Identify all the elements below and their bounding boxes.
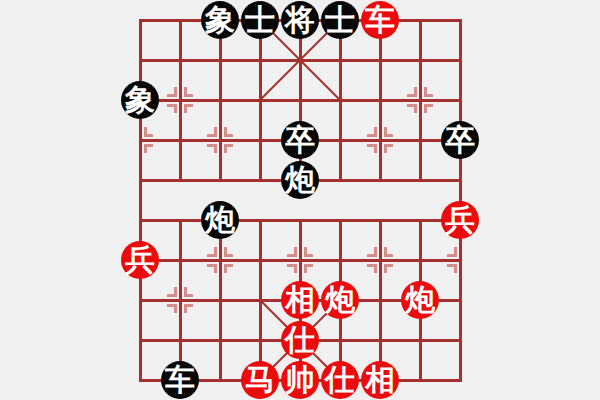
piece-red-advisor[interactable]: 仕	[321, 361, 359, 399]
piece-black-advisor[interactable]: 士	[321, 1, 359, 39]
piece-red-general[interactable]: 帅	[281, 361, 319, 399]
piece-red-chariot[interactable]: 车	[361, 1, 399, 39]
piece-black-elephant[interactable]: 象	[201, 1, 239, 39]
piece-black-advisor[interactable]: 士	[241, 1, 279, 39]
piece-black-soldier[interactable]: 卒	[281, 121, 319, 159]
piece-red-elephant[interactable]: 相	[361, 361, 399, 399]
piece-red-soldier[interactable]: 兵	[121, 241, 159, 279]
piece-black-elephant[interactable]: 象	[121, 81, 159, 119]
piece-black-cannon[interactable]: 炮	[201, 201, 239, 239]
piece-red-advisor[interactable]: 仕	[281, 321, 319, 359]
piece-black-cannon[interactable]: 炮	[281, 161, 319, 199]
piece-black-soldier[interactable]: 卒	[441, 121, 479, 159]
piece-black-chariot[interactable]: 车	[161, 361, 199, 399]
piece-red-cannon[interactable]: 炮	[401, 281, 439, 319]
piece-red-elephant[interactable]: 相	[281, 281, 319, 319]
piece-red-cannon[interactable]: 炮	[321, 281, 359, 319]
piece-red-horse[interactable]: 马	[241, 361, 279, 399]
piece-black-general[interactable]: 将	[281, 1, 319, 39]
xiangqi-board[interactable]: 象士将士车象卒卒炮炮兵兵相炮炮仕车马帅仕相	[0, 0, 600, 400]
piece-red-soldier[interactable]: 兵	[441, 201, 479, 239]
